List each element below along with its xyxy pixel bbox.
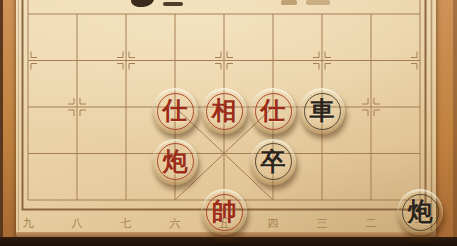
piece-glyph: 車	[299, 88, 345, 134]
table-edge-left	[0, 0, 3, 246]
table-edge-right	[453, 0, 457, 246]
piece-black-chariot[interactable]: 車	[299, 88, 345, 134]
piece-glyph: 炮	[152, 139, 198, 185]
piece-glyph: 相	[201, 88, 247, 134]
piece-black-cannon[interactable]: 炮	[397, 189, 443, 235]
piece-glyph: 仕	[250, 88, 296, 134]
piece-glyph: 卒	[250, 139, 296, 185]
piece-glyph: 仕	[152, 88, 198, 134]
piece-glyph: 帥	[201, 189, 247, 235]
screen-bottom-shadow	[0, 237, 457, 246]
piece-red-advisor-1[interactable]: 仕	[152, 88, 198, 134]
piece-red-general[interactable]: 帥	[201, 189, 247, 235]
piece-red-elephant[interactable]: 相	[201, 88, 247, 134]
piece-glyph: 炮	[397, 189, 443, 235]
piece-black-soldier[interactable]: 卒	[250, 139, 296, 185]
piece-red-advisor-2[interactable]: 仕	[250, 88, 296, 134]
game-screen: 九八七六五四三二一 仕相仕車炮卒帥炮	[0, 0, 457, 246]
piece-red-cannon[interactable]: 炮	[152, 139, 198, 185]
